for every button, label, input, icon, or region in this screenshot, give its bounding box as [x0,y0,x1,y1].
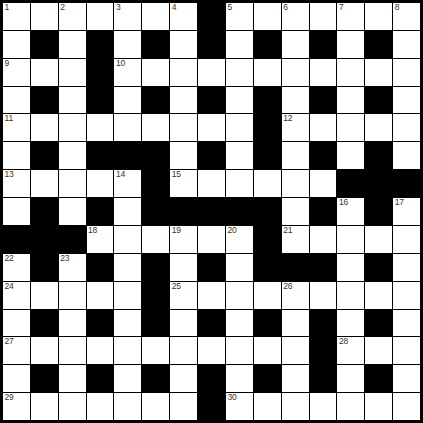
cell-r3c10[interactable] [282,87,309,114]
cell-r12c14[interactable] [393,337,420,364]
cell-r6c9[interactable] [254,170,281,197]
cell-r4c0[interactable]: 11 [3,114,30,141]
cell-r9c12[interactable] [337,254,364,281]
cell-r4c4[interactable] [114,114,141,141]
block-r7c9 [254,198,281,225]
block-r8c1 [31,226,58,253]
block-r0c7 [198,3,225,30]
cell-r2c13[interactable] [365,59,392,86]
cell-r3c0[interactable] [3,87,30,114]
block-r1c1 [31,31,58,58]
block-r9c5 [142,254,169,281]
cell-r12c3[interactable] [87,337,114,364]
cell-r11c10[interactable] [282,310,309,337]
cell-r6c7[interactable] [198,170,225,197]
cell-r4c7[interactable] [198,114,225,141]
block-r11c5 [142,310,169,337]
clue-number-15: 15 [172,170,181,179]
cell-r14c0[interactable]: 29 [3,393,30,420]
cell-r3c12[interactable] [337,87,364,114]
cell-r9c4[interactable] [114,254,141,281]
cell-r2c10[interactable] [282,59,309,86]
cell-r13c2[interactable] [59,365,86,392]
cell-r12c2[interactable] [59,337,86,364]
cell-r0c11[interactable] [310,3,337,30]
cell-r14c14[interactable] [393,393,420,420]
block-r1c11 [310,31,337,58]
cell-r14c12[interactable] [337,393,364,420]
cell-r13c6[interactable] [170,365,197,392]
crossword-grid: 1234567891011121314151617181920212223242… [0,0,423,423]
cell-r11c8[interactable] [226,310,253,337]
block-r3c9 [254,87,281,114]
cell-r8c11[interactable] [310,226,337,253]
cell-r9c8[interactable] [226,254,253,281]
block-r13c3 [87,365,114,392]
block-r3c1 [31,87,58,114]
block-r13c9 [254,365,281,392]
cell-r0c1[interactable] [31,3,58,30]
cell-r13c12[interactable] [337,365,364,392]
block-r11c13 [365,310,392,337]
cell-r8c8[interactable]: 20 [226,226,253,253]
block-r1c13 [365,31,392,58]
cell-r2c2[interactable] [59,59,86,86]
block-r7c1 [31,198,58,225]
block-r1c9 [254,31,281,58]
cell-r6c4[interactable]: 14 [114,170,141,197]
cell-r5c0[interactable] [3,142,30,169]
cell-r4c6[interactable] [170,114,197,141]
block-r7c13 [365,198,392,225]
block-r6c12 [337,170,364,197]
cell-r10c13[interactable] [365,282,392,309]
cell-r4c12[interactable] [337,114,364,141]
cell-r8c7[interactable] [198,226,225,253]
block-r3c5 [142,87,169,114]
cell-r3c6[interactable] [170,87,197,114]
block-r13c5 [142,365,169,392]
cell-r4c13[interactable] [365,114,392,141]
cell-r10c12[interactable] [337,282,364,309]
block-r8c0 [3,226,30,253]
clue-number-11: 11 [5,114,13,123]
cell-r1c6[interactable] [170,31,197,58]
cell-r1c0[interactable] [3,31,30,58]
block-r3c7 [198,87,225,114]
cell-r10c14[interactable] [393,282,420,309]
clue-number-29: 29 [5,393,14,402]
cell-r12c13[interactable] [365,337,392,364]
block-r13c11 [310,365,337,392]
cell-r10c8[interactable] [226,282,253,309]
block-r11c7 [198,310,225,337]
cell-r5c10[interactable] [282,142,309,169]
block-r9c11 [310,254,337,281]
cell-r8c13[interactable] [365,226,392,253]
cell-r12c9[interactable] [254,337,281,364]
cell-r2c4[interactable]: 10 [114,59,141,86]
clue-number-13: 13 [5,170,14,179]
cell-r4c11[interactable] [310,114,337,141]
cell-r14c10[interactable] [282,393,309,420]
clue-number-8: 8 [395,3,400,12]
clue-number-7: 7 [339,3,344,12]
cell-r10c11[interactable] [310,282,337,309]
cell-r6c2[interactable] [59,170,86,197]
block-r5c3 [87,142,114,169]
cell-r6c0[interactable]: 13 [3,170,30,197]
block-r5c9 [254,142,281,169]
clue-number-19: 19 [172,226,181,235]
cell-r2c7[interactable] [198,59,225,86]
block-r3c11 [310,87,337,114]
cell-r2c14[interactable] [393,59,420,86]
clue-number-4: 4 [172,3,177,12]
cell-r5c2[interactable] [59,142,86,169]
block-r5c5 [142,142,169,169]
cell-r8c6[interactable]: 19 [170,226,197,253]
clue-number-28: 28 [339,337,348,346]
cell-r0c8[interactable]: 5 [226,3,253,30]
cell-r10c10[interactable]: 26 [282,282,309,309]
cell-r11c2[interactable] [59,310,86,337]
cell-r14c8[interactable]: 30 [226,393,253,420]
block-r11c9 [254,310,281,337]
cell-r2c11[interactable] [310,59,337,86]
cell-r14c6[interactable] [170,393,197,420]
cell-r12c6[interactable] [170,337,197,364]
block-r7c6 [170,198,197,225]
clue-number-26: 26 [283,282,292,291]
cell-r2c9[interactable] [254,59,281,86]
block-r3c3 [87,87,114,114]
block-r9c1 [31,254,58,281]
cell-r6c11[interactable] [310,170,337,197]
cell-r2c0[interactable]: 9 [3,59,30,86]
cell-r2c6[interactable] [170,59,197,86]
cell-r14c3[interactable] [87,393,114,420]
clue-number-3: 3 [116,3,121,12]
cell-r13c14[interactable] [393,365,420,392]
clue-number-23: 23 [60,254,69,263]
cell-r14c5[interactable] [142,393,169,420]
block-r3c13 [365,87,392,114]
block-r7c7 [198,198,225,225]
crossword-puzzle: 1234567891011121314151617181920212223242… [0,0,423,423]
cell-r4c1[interactable] [31,114,58,141]
cell-r3c8[interactable] [226,87,253,114]
clue-number-21: 21 [283,226,292,235]
cell-r12c10[interactable] [282,337,309,364]
block-r7c11 [310,198,337,225]
cell-r3c4[interactable] [114,87,141,114]
cell-r2c1[interactable] [31,59,58,86]
cell-r7c12[interactable]: 16 [337,198,364,225]
cell-r9c0[interactable]: 22 [3,254,30,281]
block-r5c7 [198,142,225,169]
block-r11c1 [31,310,58,337]
clue-number-17: 17 [395,198,404,207]
block-r9c13 [365,254,392,281]
block-r5c13 [365,142,392,169]
cell-r5c6[interactable] [170,142,197,169]
block-r6c14 [393,170,420,197]
cell-r1c10[interactable] [282,31,309,58]
cell-r12c8[interactable] [226,337,253,364]
cell-r12c5[interactable] [142,337,169,364]
cell-r10c9[interactable] [254,282,281,309]
block-r7c3 [87,198,114,225]
cell-r6c8[interactable] [226,170,253,197]
cell-r7c4[interactable] [114,198,141,225]
cell-r5c14[interactable] [393,142,420,169]
block-r1c3 [87,31,114,58]
clue-number-9: 9 [5,59,10,68]
cell-r1c14[interactable] [393,31,420,58]
clue-number-18: 18 [88,226,97,235]
cell-r8c5[interactable] [142,226,169,253]
block-r5c4 [114,142,141,169]
cell-r14c1[interactable] [31,393,58,420]
cell-r6c6[interactable]: 15 [170,170,197,197]
block-r14c7 [198,393,225,420]
block-r1c7 [198,31,225,58]
block-r12c11 [310,337,337,364]
cell-r13c10[interactable] [282,365,309,392]
cell-r0c12[interactable]: 7 [337,3,364,30]
block-r9c10 [282,254,309,281]
block-r10c5 [142,282,169,309]
cell-r0c13[interactable] [365,3,392,30]
cell-r10c4[interactable] [114,282,141,309]
clue-number-1: 1 [5,3,10,12]
cell-r10c6[interactable]: 25 [170,282,197,309]
block-r9c7 [198,254,225,281]
clue-number-22: 22 [5,254,14,263]
clue-number-14: 14 [116,170,125,179]
cell-r4c5[interactable] [142,114,169,141]
cell-r7c2[interactable] [59,198,86,225]
clue-number-10: 10 [116,59,125,68]
cell-r14c13[interactable] [365,393,392,420]
cell-r8c12[interactable] [337,226,364,253]
cell-r11c12[interactable] [337,310,364,337]
cell-r5c8[interactable] [226,142,253,169]
block-r9c3 [87,254,114,281]
clue-number-24: 24 [5,282,14,291]
block-r5c1 [31,142,58,169]
cell-r8c3[interactable]: 18 [87,226,114,253]
cell-r6c3[interactable] [87,170,114,197]
cell-r7c10[interactable] [282,198,309,225]
cell-r14c11[interactable] [310,393,337,420]
clue-number-30: 30 [227,393,236,402]
cell-r10c1[interactable] [31,282,58,309]
cell-r3c2[interactable] [59,87,86,114]
cell-r4c2[interactable] [59,114,86,141]
cell-r6c10[interactable] [282,170,309,197]
cell-r1c2[interactable] [59,31,86,58]
block-r9c9 [254,254,281,281]
cell-r11c6[interactable] [170,310,197,337]
cell-r10c0[interactable]: 24 [3,282,30,309]
cell-r8c14[interactable] [393,226,420,253]
cell-r0c4[interactable]: 3 [114,3,141,30]
cell-r0c3[interactable] [87,3,114,30]
block-r1c5 [142,31,169,58]
cell-r12c7[interactable] [198,337,225,364]
cell-r0c2[interactable]: 2 [59,3,86,30]
cell-r10c2[interactable] [59,282,86,309]
cell-r0c5[interactable] [142,3,169,30]
cell-r14c9[interactable] [254,393,281,420]
cell-r8c10[interactable]: 21 [282,226,309,253]
block-r4c9 [254,114,281,141]
cell-r13c0[interactable] [3,365,30,392]
cell-r11c0[interactable] [3,310,30,337]
cell-r0c6[interactable]: 4 [170,3,197,30]
block-r13c13 [365,365,392,392]
cell-r5c12[interactable] [337,142,364,169]
cell-r7c14[interactable]: 17 [393,198,420,225]
cell-r14c2[interactable] [59,393,86,420]
cell-r7c0[interactable] [3,198,30,225]
clue-number-2: 2 [60,3,65,12]
block-r6c5 [142,170,169,197]
block-r7c8 [226,198,253,225]
block-r13c1 [31,365,58,392]
block-r11c11 [310,310,337,337]
cell-r1c4[interactable] [114,31,141,58]
cell-r14c4[interactable] [114,393,141,420]
cell-r4c3[interactable] [87,114,114,141]
cell-r8c4[interactable] [114,226,141,253]
block-r5c11 [310,142,337,169]
cell-r12c4[interactable] [114,337,141,364]
cell-r0c9[interactable] [254,3,281,30]
cell-r4c8[interactable] [226,114,253,141]
cell-r2c12[interactable] [337,59,364,86]
clue-number-12: 12 [283,114,292,123]
cell-r13c8[interactable] [226,365,253,392]
cell-r0c0[interactable]: 1 [3,3,30,30]
clue-number-16: 16 [339,198,348,207]
cell-r0c14[interactable]: 8 [393,3,420,30]
cell-r1c8[interactable] [226,31,253,58]
cell-r4c10[interactable]: 12 [282,114,309,141]
cell-r9c2[interactable]: 23 [59,254,86,281]
block-r8c9 [254,226,281,253]
cell-r10c3[interactable] [87,282,114,309]
block-r2c3 [87,59,114,86]
cell-r10c7[interactable] [198,282,225,309]
block-r13c7 [198,365,225,392]
cell-r11c4[interactable] [114,310,141,337]
cell-r9c6[interactable] [170,254,197,281]
cell-r13c4[interactable] [114,365,141,392]
clue-number-20: 20 [227,226,236,235]
cell-r2c5[interactable] [142,59,169,86]
cell-r12c1[interactable] [31,337,58,364]
cell-r4c14[interactable] [393,114,420,141]
clue-number-27: 27 [5,337,14,346]
block-r11c3 [87,310,114,337]
cell-r3c14[interactable] [393,87,420,114]
cell-r0c10[interactable]: 6 [282,3,309,30]
cell-r11c14[interactable] [393,310,420,337]
cell-r1c12[interactable] [337,31,364,58]
clue-number-5: 5 [227,3,232,12]
cell-r9c14[interactable] [393,254,420,281]
cell-r2c8[interactable] [226,59,253,86]
cell-r12c12[interactable]: 28 [337,337,364,364]
cell-r6c1[interactable] [31,170,58,197]
block-r6c13 [365,170,392,197]
clue-number-6: 6 [283,3,288,12]
block-r7c5 [142,198,169,225]
cell-r12c0[interactable]: 27 [3,337,30,364]
clue-number-25: 25 [172,282,181,291]
block-r8c2 [59,226,86,253]
